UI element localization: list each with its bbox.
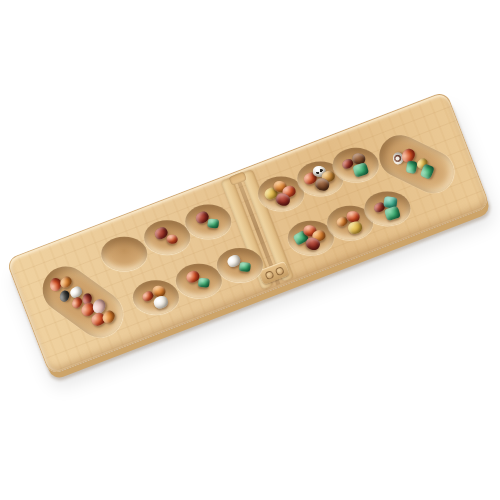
mancala-board xyxy=(5,91,490,376)
stone-white xyxy=(152,294,169,310)
pit-back-3[interactable] xyxy=(185,204,231,238)
store-left[interactable] xyxy=(34,257,132,346)
pit-front-6[interactable] xyxy=(364,191,410,225)
pit-back-6[interactable] xyxy=(333,148,379,182)
stone-green xyxy=(384,206,401,222)
store-right[interactable] xyxy=(372,128,461,200)
pit-back-1[interactable] xyxy=(101,237,147,271)
pit-front-3[interactable] xyxy=(217,248,263,282)
pit-front-1[interactable] xyxy=(133,280,179,314)
product-photo-canvas xyxy=(0,0,500,500)
stone-yellow xyxy=(347,220,364,236)
stone-green xyxy=(198,278,210,288)
stone-green xyxy=(239,262,251,272)
pit-back-2[interactable] xyxy=(144,220,190,254)
stone-green xyxy=(406,161,418,174)
stone-green xyxy=(352,162,369,178)
stone-red xyxy=(166,234,178,244)
stone-green xyxy=(207,218,219,228)
pit-front-2[interactable] xyxy=(176,264,222,298)
